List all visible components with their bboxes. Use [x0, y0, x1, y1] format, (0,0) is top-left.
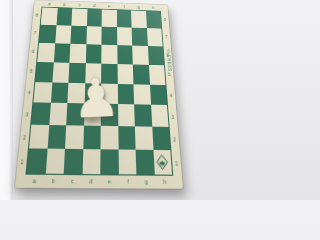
- file-label: h: [155, 176, 174, 189]
- file-label: a: [24, 175, 44, 188]
- square-a5: [35, 62, 53, 82]
- square-h2: [152, 127, 171, 150]
- file-label: d: [87, 2, 102, 9]
- square-h7: [146, 28, 162, 46]
- file-label: e: [100, 175, 119, 188]
- square-e7: [101, 27, 116, 45]
- square-b4: [50, 82, 68, 103]
- square-b1: [45, 149, 65, 174]
- square-c5: [68, 62, 85, 82]
- rank-label: 3: [168, 106, 178, 128]
- square-e8: [102, 9, 117, 27]
- board-grid: [25, 7, 173, 176]
- brand-name: CHESS: [166, 54, 173, 71]
- square-a7: [39, 25, 56, 44]
- square-d5: [85, 63, 101, 83]
- square-d4: [84, 83, 101, 104]
- square-g5: [133, 64, 150, 84]
- brand-text: ©CHESS: [164, 49, 173, 71]
- file-label: c: [72, 2, 87, 9]
- square-e4: [101, 83, 118, 104]
- square-d3: [83, 104, 100, 126]
- square-c8: [71, 8, 87, 26]
- square-e2: [100, 126, 118, 150]
- square-h8: [146, 11, 162, 28]
- square-f6: [117, 45, 133, 64]
- file-label: g: [131, 4, 146, 11]
- square-a4: [33, 82, 52, 103]
- square-g8: [131, 11, 146, 28]
- square-g1: [136, 150, 155, 175]
- square-e5: [101, 63, 117, 83]
- rank-label: 4: [166, 85, 175, 106]
- square-a1: [27, 149, 47, 174]
- square-c2: [65, 126, 84, 150]
- square-f5: [117, 64, 133, 84]
- square-a3: [31, 103, 50, 126]
- rank-label: 2: [170, 128, 180, 151]
- square-d7: [86, 26, 102, 44]
- square-b2: [47, 125, 66, 149]
- square-g3: [134, 105, 152, 127]
- square-a8: [41, 7, 58, 25]
- square-e3: [101, 104, 118, 126]
- square-g2: [135, 127, 153, 150]
- coords-bottom: abcdefgh: [24, 175, 174, 189]
- square-b8: [56, 8, 72, 26]
- square-b6: [53, 43, 70, 62]
- photo-background: { "game": "chess", "scene": "vinyl roll-…: [0, 0, 200, 200]
- square-a2: [29, 125, 49, 149]
- rank-label: 1: [171, 151, 181, 176]
- square-c7: [70, 26, 86, 44]
- file-label: h: [146, 4, 161, 11]
- square-e1: [100, 149, 118, 174]
- square-d6: [85, 44, 101, 63]
- file-label: c: [62, 175, 81, 188]
- file-label: f: [119, 175, 138, 188]
- square-f4: [117, 84, 134, 105]
- square-f2: [118, 126, 136, 149]
- square-c6: [69, 44, 86, 63]
- rank-label: 8: [161, 11, 169, 28]
- square-g6: [132, 45, 148, 64]
- diamond-crown-logo-icon: [156, 154, 169, 170]
- square-a6: [37, 43, 55, 62]
- square-h3: [151, 105, 169, 127]
- square-h4: [149, 84, 166, 105]
- square-g4: [133, 84, 150, 105]
- square-f7: [117, 27, 133, 45]
- chessboard: abcdefgh abcdefgh 87654321 87654321 ©CHE…: [15, 0, 183, 188]
- square-c1: [64, 149, 83, 174]
- square-h6: [147, 46, 164, 65]
- square-d8: [87, 9, 102, 27]
- file-label: a: [42, 1, 58, 8]
- square-c3: [66, 103, 84, 125]
- square-f1: [118, 150, 136, 175]
- rank-label: 7: [162, 28, 171, 46]
- square-g7: [132, 28, 148, 46]
- square-h1: [153, 150, 172, 175]
- square-b7: [55, 25, 72, 43]
- file-label: f: [117, 3, 132, 10]
- square-h5: [148, 65, 165, 85]
- square-d2: [83, 126, 101, 150]
- square-f8: [116, 10, 131, 28]
- square-b3: [49, 103, 68, 125]
- square-b5: [52, 62, 70, 82]
- file-label: e: [102, 3, 117, 10]
- square-c4: [67, 82, 84, 103]
- square-e6: [101, 44, 117, 63]
- file-label: b: [57, 1, 72, 8]
- file-label: b: [43, 175, 63, 188]
- file-label: d: [81, 175, 100, 188]
- wall-left-strip: [0, 0, 13, 200]
- file-label: g: [137, 176, 156, 189]
- square-d1: [82, 149, 100, 174]
- square-f3: [118, 104, 135, 126]
